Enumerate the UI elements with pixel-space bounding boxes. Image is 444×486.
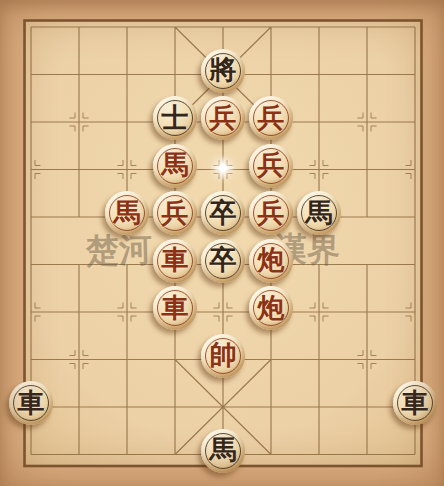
piece-red-horse[interactable]: 馬 <box>105 191 149 235</box>
piece-black-chariot[interactable]: 車 <box>393 381 437 425</box>
piece-red-soldier[interactable]: 兵 <box>249 191 293 235</box>
piece-engraved-ring <box>157 195 193 231</box>
piece-engraved-ring <box>157 100 193 136</box>
piece-engraved-ring <box>205 100 241 136</box>
piece-red-soldier[interactable]: 兵 <box>249 96 293 140</box>
piece-black-general[interactable]: 將 <box>201 49 245 93</box>
piece-black-chariot[interactable]: 車 <box>9 381 53 425</box>
piece-character: 炮 <box>258 247 285 274</box>
piece-engraved-ring <box>253 195 289 231</box>
piece-red-cannon[interactable]: 炮 <box>249 239 293 283</box>
piece-character: 兵 <box>258 200 285 227</box>
piece-red-soldier[interactable]: 兵 <box>153 191 197 235</box>
piece-engraved-ring <box>253 100 289 136</box>
piece-black-horse[interactable]: 馬 <box>201 429 245 473</box>
piece-character: 兵 <box>162 200 189 227</box>
piece-engraved-ring <box>157 243 193 279</box>
piece-black-soldier[interactable]: 卒 <box>201 191 245 235</box>
piece-character: 兵 <box>210 105 237 132</box>
piece-character: 兵 <box>258 152 285 179</box>
xiangqi-board: 楚河 漢界 將士兵兵馬兵馬兵卒兵馬車卒炮車炮帥車車馬 <box>0 0 444 486</box>
piece-character: 炮 <box>258 295 285 322</box>
piece-red-chariot[interactable]: 車 <box>153 286 197 330</box>
piece-red-horse[interactable]: 馬 <box>153 144 197 188</box>
piece-engraved-ring <box>13 385 49 421</box>
piece-engraved-ring <box>109 195 145 231</box>
piece-black-advisor[interactable]: 士 <box>153 96 197 140</box>
piece-red-soldier[interactable]: 兵 <box>249 144 293 188</box>
piece-engraved-ring <box>205 243 241 279</box>
piece-engraved-ring <box>157 148 193 184</box>
piece-red-general[interactable]: 帥 <box>201 334 245 378</box>
piece-character: 車 <box>18 390 45 417</box>
piece-character: 馬 <box>114 200 141 227</box>
piece-engraved-ring <box>205 338 241 374</box>
piece-character: 將 <box>210 57 237 84</box>
piece-character: 卒 <box>210 247 237 274</box>
piece-character: 兵 <box>258 105 285 132</box>
piece-character: 馬 <box>306 200 333 227</box>
piece-character: 士 <box>162 105 189 132</box>
piece-character: 車 <box>402 390 429 417</box>
piece-engraved-ring <box>253 243 289 279</box>
piece-engraved-ring <box>157 290 193 326</box>
piece-character: 卒 <box>210 200 237 227</box>
piece-character: 馬 <box>210 437 237 464</box>
piece-character: 帥 <box>210 342 237 369</box>
piece-red-soldier[interactable]: 兵 <box>201 96 245 140</box>
piece-red-chariot[interactable]: 車 <box>153 239 197 283</box>
piece-engraved-ring <box>205 433 241 469</box>
piece-engraved-ring <box>205 53 241 89</box>
piece-character: 馬 <box>162 152 189 179</box>
piece-red-cannon[interactable]: 炮 <box>249 286 293 330</box>
piece-engraved-ring <box>253 290 289 326</box>
piece-character: 車 <box>162 247 189 274</box>
piece-engraved-ring <box>397 385 433 421</box>
piece-black-soldier[interactable]: 卒 <box>201 239 245 283</box>
piece-engraved-ring <box>253 148 289 184</box>
piece-engraved-ring <box>205 195 241 231</box>
piece-black-horse[interactable]: 馬 <box>297 191 341 235</box>
piece-character: 車 <box>162 295 189 322</box>
piece-engraved-ring <box>301 195 337 231</box>
